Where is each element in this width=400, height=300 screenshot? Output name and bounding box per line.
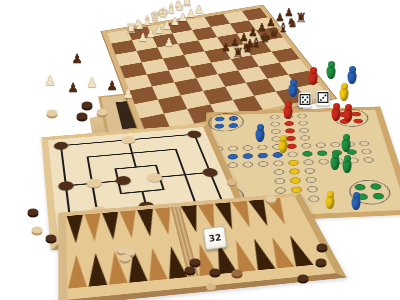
dark-chess-piece: ♟ xyxy=(284,7,294,18)
dark-checker xyxy=(317,244,328,251)
light-checker xyxy=(47,110,58,117)
light-chess-pawn: ♟ xyxy=(44,74,56,87)
dark-checker xyxy=(46,235,57,242)
ludo-track-circle xyxy=(308,196,320,203)
mid-checker xyxy=(232,270,243,277)
dark-chess-pawn: ♟ xyxy=(71,52,83,65)
ludo-yellow-pawn xyxy=(340,88,349,101)
ludo-track-circle xyxy=(228,146,238,152)
ludo-blue-circle xyxy=(243,153,253,159)
ludo-track-circle xyxy=(318,159,329,165)
backgammon-point xyxy=(119,210,141,239)
backgammon-point xyxy=(66,215,85,244)
backgammon-point xyxy=(84,213,104,242)
ludo-yellow-circle xyxy=(288,160,299,166)
backgammon-point xyxy=(67,254,88,289)
ludo-yellow-circle xyxy=(289,168,300,174)
ludo-track-circle xyxy=(301,143,311,149)
light-checker xyxy=(97,109,108,116)
ludo-track-circle xyxy=(299,128,309,133)
dark-chess-piece: ♜ xyxy=(295,11,307,24)
ludo-home-ring xyxy=(208,113,244,132)
ludo-red-circle xyxy=(284,121,294,126)
ludo-track-circle xyxy=(273,160,284,166)
wood-knob xyxy=(227,179,237,186)
dark-checker xyxy=(298,275,309,282)
dark-checker xyxy=(82,102,93,109)
ludo-track-circle xyxy=(270,114,279,119)
stage: 32 ♜♞♝♛♚♝♞♜♟♟♟♟♟♟♟♟♟♜♞♝♚♛♝♞♜♟♟♟♟♟♟♟♟♟♟♟♟… xyxy=(0,0,400,300)
ludo-green-circle xyxy=(317,150,328,156)
ludo-track-circle xyxy=(316,142,327,148)
ludo-track-circle xyxy=(274,178,285,185)
wood-knob xyxy=(206,284,216,291)
white-chess-piece: ♟ xyxy=(194,4,204,15)
ludo-track-circle xyxy=(306,177,317,184)
backgammon-point xyxy=(86,252,108,287)
ludo-yellow-circle xyxy=(290,177,301,184)
ludo-red-circle xyxy=(285,128,295,133)
die-three-icon: ⚂ xyxy=(316,91,329,106)
dark-chess-piece: ♟ xyxy=(245,38,255,49)
light-checker xyxy=(120,255,131,262)
ludo-red-circle xyxy=(287,143,297,149)
ludo-track-circle xyxy=(243,145,253,151)
ludo-track-circle xyxy=(271,129,281,134)
ludo-track-circle xyxy=(300,135,310,140)
ludo-blue-circle xyxy=(227,154,237,160)
ludo-track-circle xyxy=(363,157,374,163)
backgammon-right-half xyxy=(180,198,314,276)
dark-chess-pawn: ♟ xyxy=(67,81,79,94)
ludo-track-circle xyxy=(361,149,372,155)
ludo-track-circle xyxy=(304,168,315,174)
light-chess-pawn: ♟ xyxy=(122,87,134,100)
backgammon-point xyxy=(101,212,122,241)
ludo-green-pawn xyxy=(327,66,336,79)
ludo-track-circle xyxy=(330,142,341,148)
dark-checker xyxy=(190,259,201,266)
ludo-track-circle xyxy=(359,141,370,147)
ludo-track-circle xyxy=(243,162,253,168)
dark-chess-pawn: ♟ xyxy=(106,79,118,92)
ludo-track-circle xyxy=(258,161,268,167)
backgammon-point xyxy=(136,209,159,238)
dark-checker xyxy=(210,269,221,276)
light-chess-pawn: ♟ xyxy=(86,76,98,89)
dark-checker xyxy=(316,259,327,266)
ludo-track-circle xyxy=(307,186,319,193)
ludo-track-circle xyxy=(287,151,298,157)
die-five-icon: ⚄ xyxy=(298,93,311,108)
dark-checker xyxy=(28,209,39,216)
dark-checker xyxy=(77,113,88,120)
ludo-red-circle xyxy=(286,136,296,141)
ludo-track-circle xyxy=(227,162,237,168)
ludo-blue-circle xyxy=(258,153,268,159)
ludo-track-circle xyxy=(297,113,307,118)
ludo-track-circle xyxy=(274,169,285,175)
dark-checker xyxy=(185,267,196,274)
light-checker xyxy=(32,227,43,234)
white-chess-piece: ♟ xyxy=(164,37,174,48)
ludo-blue-pawn xyxy=(348,71,357,84)
ludo-track-circle xyxy=(257,145,267,151)
ludo-track-circle xyxy=(270,121,280,126)
ludo-green-circle xyxy=(302,151,313,157)
doubling-cube: 32 xyxy=(203,226,228,251)
backgammon-board xyxy=(58,193,346,300)
ludo-track-circle xyxy=(298,120,308,125)
light-checker xyxy=(266,196,277,203)
backgammon-point xyxy=(143,247,168,281)
ludo-track-circle xyxy=(303,159,314,165)
